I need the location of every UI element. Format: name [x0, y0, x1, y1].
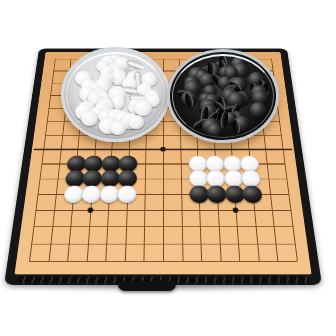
black-stone: [100, 170, 120, 187]
white-stone: [117, 185, 137, 202]
white-bowl-stone: [81, 111, 98, 127]
white-stone: [99, 185, 119, 202]
white-stone: [81, 185, 101, 202]
frame-clasp-tab: [118, 281, 176, 291]
black-stone: [82, 170, 102, 187]
grid-line-horizontal: [31, 243, 295, 244]
white-bowl-stone: [110, 121, 126, 136]
grid-line-horizontal: [29, 261, 297, 262]
white-stone: [224, 170, 244, 187]
white-stone: [189, 170, 209, 187]
black-stone: [207, 185, 227, 202]
star-point: [87, 207, 93, 212]
grid-line-horizontal: [35, 210, 290, 211]
star-point: [160, 147, 165, 152]
product-photo-scene: [0, 0, 336, 336]
white-stone: [63, 185, 84, 202]
white-bowl-stone: [128, 115, 144, 130]
white-stone: [206, 170, 226, 187]
white-bowl-stone: [134, 100, 152, 116]
star-point: [233, 207, 239, 212]
white-stone-bowl: [61, 47, 170, 142]
white-bowl-stone: [128, 59, 146, 71]
black-stone: [224, 185, 244, 202]
black-stone: [242, 185, 263, 202]
black-bowl-stone: [207, 123, 222, 137]
black-bowl-stone: [250, 102, 267, 117]
black-stone: [189, 185, 209, 202]
grid-line-horizontal: [33, 226, 292, 227]
black-stone-bowl: [167, 49, 279, 143]
white-stone: [241, 170, 261, 187]
black-stone: [65, 170, 85, 187]
black-stone: [118, 170, 138, 187]
